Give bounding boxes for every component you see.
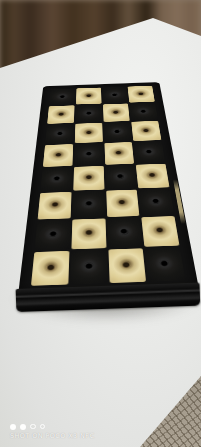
board-square-dark <box>105 165 137 190</box>
peg-hole <box>142 128 150 133</box>
board-square-light <box>75 123 103 143</box>
board-square-dark <box>129 103 158 122</box>
peg-hole <box>151 198 160 204</box>
peg-hole <box>48 231 57 238</box>
board-square-dark <box>139 188 175 216</box>
board-square-dark <box>74 143 103 165</box>
peg-hole <box>140 109 147 113</box>
peg-hole <box>137 92 144 96</box>
peg-hole <box>53 176 61 182</box>
peg-hole <box>114 129 122 134</box>
board-square-dark <box>75 104 102 123</box>
board-square-light <box>136 163 170 188</box>
peg-hole <box>84 200 93 206</box>
photo-scene: SHOT ON POCO X3 NFC <box>0 0 201 447</box>
watermark-dot-filled <box>10 424 16 430</box>
board-square-dark <box>34 219 70 250</box>
peg-hole <box>159 259 170 267</box>
peg-hole <box>85 130 92 135</box>
camera-watermark: SHOT ON POCO X3 NFC <box>10 423 94 440</box>
board-square-dark <box>72 190 105 218</box>
watermark-text: SHOT ON POCO X3 NFC <box>10 433 94 440</box>
board-square-light <box>103 103 130 122</box>
board-square-dark <box>134 141 166 163</box>
board-square-dark <box>103 122 132 142</box>
board-square-dark <box>145 247 186 282</box>
board-square-light <box>71 218 106 249</box>
board-square-light <box>108 248 146 283</box>
board-square-light <box>104 142 134 164</box>
board-square-dark <box>49 88 75 105</box>
peg-hole <box>54 152 62 157</box>
watermark-dot-outline <box>30 424 36 430</box>
peg-hole <box>46 263 56 271</box>
watermark-dot-outline <box>40 424 46 430</box>
peg-hole <box>85 174 93 180</box>
peg-hole <box>118 199 127 205</box>
board-square-light <box>31 251 69 286</box>
peg-hole <box>115 150 123 155</box>
peg-hole <box>120 228 129 235</box>
board-square-light <box>128 86 155 103</box>
peg-hole <box>56 131 64 136</box>
board-square-dark <box>107 217 143 248</box>
board-square-light <box>106 189 140 217</box>
board-square-dark <box>45 124 74 144</box>
watermark-dots <box>10 423 94 430</box>
peg-hole <box>84 262 94 270</box>
board-square-dark <box>102 87 128 104</box>
board-square-dark <box>40 167 72 192</box>
board-square-light <box>43 144 73 166</box>
peg-hole <box>145 149 153 154</box>
peg-hole <box>85 94 92 98</box>
board-square-light <box>73 166 104 191</box>
board-square-light <box>141 216 179 247</box>
board-square-dark <box>70 249 107 284</box>
peg-hole <box>85 151 93 156</box>
board-square-light <box>131 121 161 141</box>
board-square-light <box>76 88 101 105</box>
peg-hole <box>116 173 124 179</box>
board-square-light <box>38 192 72 220</box>
peg-hole <box>51 202 60 208</box>
peg-hole <box>112 110 119 114</box>
peg-hole <box>155 227 165 234</box>
peg-hole <box>85 111 92 115</box>
peg-hole <box>122 261 132 269</box>
peg-hole <box>111 93 118 97</box>
peg-hole <box>59 95 66 99</box>
peg-hole <box>84 229 93 236</box>
peg-hole <box>57 112 64 116</box>
board-grid <box>31 86 186 286</box>
watermark-dot-filled <box>20 424 26 430</box>
board-square-light <box>47 105 74 124</box>
peg-hole <box>148 172 157 178</box>
